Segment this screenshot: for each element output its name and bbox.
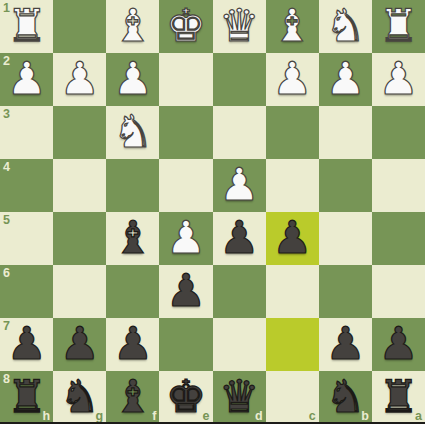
square-c8[interactable]: c [266,371,319,424]
square-f6[interactable] [106,265,159,318]
square-g1[interactable] [53,0,106,53]
rank-label-6: 6 [3,267,10,280]
square-h4[interactable]: 4 [0,159,53,212]
black-rook[interactable]: ♜ [6,374,46,419]
white-pawn[interactable]: ♟ [166,215,206,260]
rank-label-3: 3 [3,108,10,121]
black-pawn[interactable]: ♟ [113,321,153,366]
square-f4[interactable] [106,159,159,212]
square-f3[interactable]: ♞ [106,106,159,159]
square-b3[interactable] [319,106,372,159]
square-h5[interactable]: 5 [0,212,53,265]
square-e2[interactable] [159,53,212,106]
white-pawn[interactable]: ♟ [6,56,46,101]
file-label-c: c [309,410,316,423]
square-d8[interactable]: d♛ [213,371,266,424]
square-d6[interactable] [213,265,266,318]
white-pawn[interactable]: ♟ [378,56,418,101]
square-a7[interactable]: ♟ [372,318,425,371]
square-d1[interactable]: ♛ [213,0,266,53]
square-e8[interactable]: e♚ [159,371,212,424]
square-c7[interactable] [266,318,319,371]
square-b8[interactable]: b♞ [319,371,372,424]
black-king[interactable]: ♚ [166,374,206,419]
square-g5[interactable] [53,212,106,265]
square-a5[interactable] [372,212,425,265]
white-pawn[interactable]: ♟ [272,56,312,101]
square-h7[interactable]: 7♟ [0,318,53,371]
square-b7[interactable]: ♟ [319,318,372,371]
square-a1[interactable]: ♜ [372,0,425,53]
square-f2[interactable]: ♟ [106,53,159,106]
white-rook[interactable]: ♜ [6,3,46,48]
square-g3[interactable] [53,106,106,159]
black-pawn[interactable]: ♟ [6,321,46,366]
square-b2[interactable]: ♟ [319,53,372,106]
white-queen[interactable]: ♛ [219,3,259,48]
square-c2[interactable]: ♟ [266,53,319,106]
black-knight[interactable]: ♞ [60,374,100,419]
chess-board: 1♜♝♚♛♝♞♜2♟♟♟♟♟♟3♞4♟5♝♟♟♟6♟7♟♟♟♟♟8h♜g♞f♝e… [0,0,425,424]
white-pawn[interactable]: ♟ [325,56,365,101]
square-b5[interactable] [319,212,372,265]
square-a6[interactable] [372,265,425,318]
square-g8[interactable]: g♞ [53,371,106,424]
white-bishop[interactable]: ♝ [113,3,153,48]
square-c1[interactable]: ♝ [266,0,319,53]
black-knight[interactable]: ♞ [325,374,365,419]
square-b1[interactable]: ♞ [319,0,372,53]
square-g7[interactable]: ♟ [53,318,106,371]
white-pawn[interactable]: ♟ [113,56,153,101]
white-rook[interactable]: ♜ [378,3,418,48]
square-e5[interactable]: ♟ [159,212,212,265]
white-king[interactable]: ♚ [166,3,206,48]
black-queen[interactable]: ♛ [219,374,259,419]
white-knight[interactable]: ♞ [113,109,153,154]
square-f5[interactable]: ♝ [106,212,159,265]
square-b4[interactable] [319,159,372,212]
square-a2[interactable]: ♟ [372,53,425,106]
square-b6[interactable] [319,265,372,318]
square-e3[interactable] [159,106,212,159]
white-pawn[interactable]: ♟ [219,162,259,207]
black-bishop[interactable]: ♝ [113,215,153,260]
white-bishop[interactable]: ♝ [272,3,312,48]
black-rook[interactable]: ♜ [378,374,418,419]
square-a4[interactable] [372,159,425,212]
square-c3[interactable] [266,106,319,159]
square-h1[interactable]: 1♜ [0,0,53,53]
square-e1[interactable]: ♚ [159,0,212,53]
black-pawn[interactable]: ♟ [166,268,206,313]
square-e6[interactable]: ♟ [159,265,212,318]
black-pawn[interactable]: ♟ [60,321,100,366]
square-h6[interactable]: 6 [0,265,53,318]
square-g6[interactable] [53,265,106,318]
square-d2[interactable] [213,53,266,106]
rank-label-4: 4 [3,161,10,174]
square-c4[interactable] [266,159,319,212]
square-c5[interactable]: ♟ [266,212,319,265]
black-pawn[interactable]: ♟ [378,321,418,366]
square-h8[interactable]: 8h♜ [0,371,53,424]
square-d7[interactable] [213,318,266,371]
square-f1[interactable]: ♝ [106,0,159,53]
rank-label-5: 5 [3,214,10,227]
square-c6[interactable] [266,265,319,318]
white-pawn[interactable]: ♟ [60,56,100,101]
square-a8[interactable]: a♜ [372,371,425,424]
square-g4[interactable] [53,159,106,212]
square-h3[interactable]: 3 [0,106,53,159]
black-pawn[interactable]: ♟ [325,321,365,366]
black-pawn[interactable]: ♟ [272,215,312,260]
square-g2[interactable]: ♟ [53,53,106,106]
square-f8[interactable]: f♝ [106,371,159,424]
black-bishop[interactable]: ♝ [113,374,153,419]
square-d4[interactable]: ♟ [213,159,266,212]
square-e7[interactable] [159,318,212,371]
black-pawn[interactable]: ♟ [219,215,259,260]
square-e4[interactable] [159,159,212,212]
square-f7[interactable]: ♟ [106,318,159,371]
square-h2[interactable]: 2♟ [0,53,53,106]
square-d5[interactable]: ♟ [213,212,266,265]
square-a3[interactable] [372,106,425,159]
square-d3[interactable] [213,106,266,159]
white-knight[interactable]: ♞ [325,3,365,48]
